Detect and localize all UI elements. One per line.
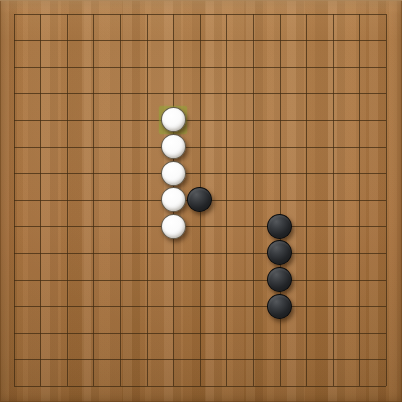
- black-stone: [267, 267, 292, 292]
- grid-line-horizontal: [14, 386, 386, 387]
- grid-line-vertical: [333, 14, 334, 386]
- grid-line-vertical: [147, 14, 148, 386]
- white-stone: [161, 214, 186, 239]
- grid-line-vertical: [386, 14, 387, 386]
- grid-line-horizontal: [14, 226, 386, 227]
- black-stone: [267, 294, 292, 319]
- white-stone: [161, 187, 186, 212]
- grid-line-vertical: [40, 14, 41, 386]
- grid-line-vertical: [280, 14, 281, 386]
- grid-line-vertical: [14, 14, 15, 386]
- grid-line-horizontal: [14, 147, 386, 148]
- white-stone: [161, 134, 186, 159]
- black-stone: [267, 214, 292, 239]
- grid-line-horizontal: [14, 306, 386, 307]
- white-stone: [161, 161, 186, 186]
- grid-line-horizontal: [14, 253, 386, 254]
- grid-line-horizontal: [14, 120, 386, 121]
- black-stone: [187, 187, 212, 212]
- grid-line-horizontal: [14, 173, 386, 174]
- grid-line-horizontal: [14, 67, 386, 68]
- grid-line-horizontal: [14, 40, 386, 41]
- black-stone: [267, 240, 292, 265]
- grid-line-horizontal: [14, 359, 386, 360]
- white-stone: [161, 107, 186, 132]
- grid-line-vertical: [306, 14, 307, 386]
- grid-line-horizontal: [14, 14, 386, 15]
- grid-line-vertical: [253, 14, 254, 386]
- grid-line-horizontal: [14, 280, 386, 281]
- grid-line-horizontal: [14, 333, 386, 334]
- grid-line-vertical: [93, 14, 94, 386]
- grid-line-vertical: [67, 14, 68, 386]
- grid-line-vertical: [226, 14, 227, 386]
- grid-line-horizontal: [14, 93, 386, 94]
- grid-line-vertical: [359, 14, 360, 386]
- gomoku-board[interactable]: [0, 0, 402, 402]
- grid-line-vertical: [120, 14, 121, 386]
